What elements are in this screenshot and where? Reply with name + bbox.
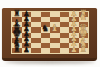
piece-bN[interactable]: ♞ bbox=[41, 24, 49, 33]
piece-bP[interactable]: ♟ bbox=[23, 46, 30, 54]
piece-wR[interactable]: ♜ bbox=[79, 45, 87, 54]
piece-bR[interactable]: ♜ bbox=[13, 9, 21, 18]
square[interactable]: ♜ bbox=[79, 48, 89, 53]
square[interactable]: ♞ bbox=[41, 27, 51, 32]
chess-set-photo: ♜♟♟♜♟♟♞♝♟♟♛♟♞♝♟♛♚♟♟♚♝♟♟♝♞♟♟♞♜♟♟♜ bbox=[0, 0, 100, 67]
square[interactable] bbox=[31, 48, 41, 53]
square[interactable] bbox=[60, 48, 70, 53]
square[interactable]: ♝ bbox=[50, 27, 60, 32]
square[interactable]: ♜ bbox=[12, 48, 22, 53]
square[interactable]: ♟ bbox=[22, 48, 32, 53]
piece-bR[interactable]: ♜ bbox=[13, 45, 21, 54]
square[interactable] bbox=[50, 48, 60, 53]
square[interactable]: ♟ bbox=[69, 48, 79, 53]
square[interactable] bbox=[41, 48, 51, 53]
piece-wP[interactable]: ♟ bbox=[70, 46, 77, 54]
board-inner-border: ♜♟♟♜♟♟♞♝♟♟♛♟♞♝♟♛♚♟♟♚♝♟♟♝♞♟♟♞♜♟♟♜ bbox=[11, 11, 89, 54]
board-grid: ♜♟♟♜♟♟♞♝♟♟♛♟♞♝♟♛♚♟♟♚♝♟♟♝♞♟♟♞♜♟♟♜ bbox=[12, 12, 88, 53]
chess-board: ♜♟♟♜♟♟♞♝♟♟♛♟♞♝♟♛♚♟♟♚♝♟♟♝♞♟♟♞♜♟♟♜ bbox=[2, 8, 97, 58]
piece-wB[interactable]: ♝ bbox=[50, 23, 59, 33]
